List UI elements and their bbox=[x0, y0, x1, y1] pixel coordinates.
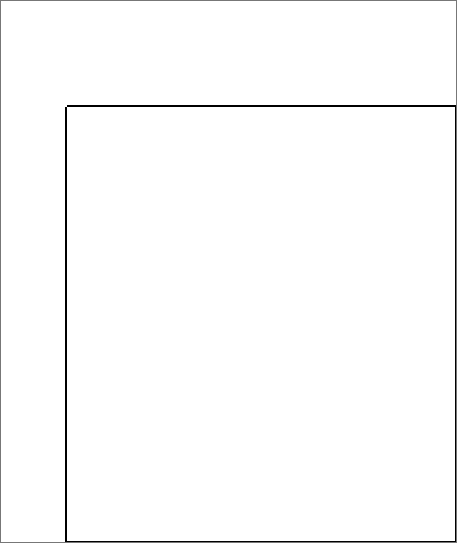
nonogram-puzzle bbox=[0, 0, 457, 543]
corner-watermark bbox=[1, 1, 67, 107]
row-clues-pane bbox=[1, 107, 67, 543]
puzzle-board bbox=[67, 107, 457, 543]
column-clues-pane bbox=[67, 1, 457, 107]
